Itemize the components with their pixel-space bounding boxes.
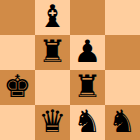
square-r2c2[interactable]: ♜ — [70, 70, 105, 105]
square-r1c0[interactable] — [0, 35, 35, 70]
black-knight-piece[interactable]: ♞ — [74, 105, 102, 139]
black-pawn-piece[interactable]: ♟ — [74, 35, 102, 69]
black-queen-piece[interactable]: ♛ — [39, 105, 67, 139]
square-r2c3[interactable] — [105, 70, 140, 105]
square-r1c1[interactable]: ♜ — [35, 35, 70, 70]
black-bishop-piece[interactable]: ♝ — [39, 0, 67, 34]
black-rook-piece[interactable]: ♜ — [74, 70, 102, 104]
square-r2c0[interactable]: ♚ — [0, 70, 35, 105]
square-r3c0[interactable] — [0, 105, 35, 140]
square-r1c3[interactable] — [105, 35, 140, 70]
square-r1c2[interactable]: ♟ — [70, 35, 105, 70]
square-r0c1[interactable]: ♝ — [35, 0, 70, 35]
square-r3c2[interactable]: ♞ — [70, 105, 105, 140]
square-r2c1[interactable] — [35, 70, 70, 105]
square-r3c3[interactable]: ♞ — [105, 105, 140, 140]
chess-board: ♝♜♟♚♜♛♞♞ — [0, 0, 140, 140]
square-r0c0[interactable] — [0, 0, 35, 35]
black-rook-piece[interactable]: ♜ — [39, 35, 67, 69]
square-r0c3[interactable] — [105, 0, 140, 35]
square-r0c2[interactable] — [70, 0, 105, 35]
black-king-piece[interactable]: ♚ — [4, 70, 32, 104]
square-r3c1[interactable]: ♛ — [35, 105, 70, 140]
black-knight-piece[interactable]: ♞ — [109, 105, 137, 139]
